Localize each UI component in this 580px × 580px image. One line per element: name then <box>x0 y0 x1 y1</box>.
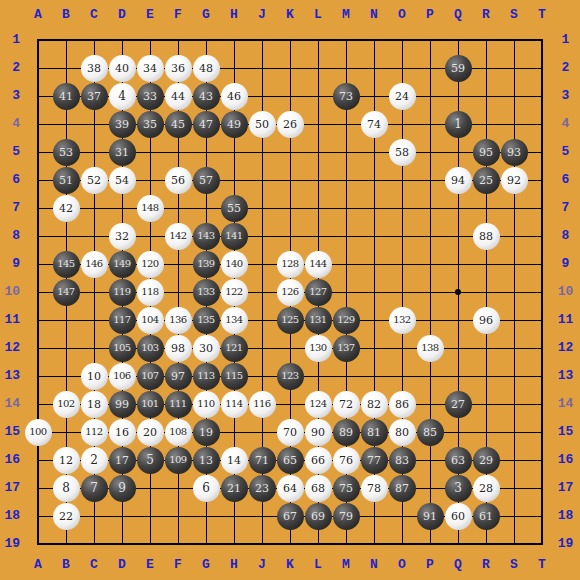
stone-H9[interactable]: 140 <box>221 251 248 278</box>
row-label-left-12: 12 <box>0 334 20 362</box>
stone-L15[interactable]: 90 <box>305 419 332 446</box>
row-label-left-16: 16 <box>0 446 20 474</box>
stone-H17[interactable]: 21 <box>221 475 248 502</box>
row-label-right-7: 7 <box>554 194 577 222</box>
stone-R5[interactable]: 95 <box>473 139 500 166</box>
stone-H4[interactable]: 49 <box>221 111 248 138</box>
stone-D3[interactable]: 4 <box>109 83 136 110</box>
row-label-left-9: 9 <box>0 250 20 278</box>
stone-G10[interactable]: 133 <box>193 279 220 306</box>
stone-K17[interactable]: 64 <box>277 475 304 502</box>
stone-E12[interactable]: 103 <box>137 335 164 362</box>
stone-D15[interactable]: 16 <box>109 419 136 446</box>
go-board-diagram: ABCDEFGHJKLMNOPQRST ABCDEFGHJKLMNOPQRST … <box>0 0 580 580</box>
stone-N15[interactable]: 81 <box>361 419 388 446</box>
row-labels-left: 12345678910111213141516171819 <box>0 26 20 558</box>
stone-E10[interactable]: 118 <box>137 279 164 306</box>
stone-G11[interactable]: 135 <box>193 307 220 334</box>
stone-J16[interactable]: 71 <box>249 447 276 474</box>
row-label-right-11: 11 <box>554 306 577 334</box>
col-label-bottom-R: R <box>472 555 500 575</box>
col-label-top-L: L <box>304 5 332 25</box>
row-label-right-18: 18 <box>554 502 577 530</box>
stone-M12[interactable]: 137 <box>333 335 360 362</box>
stone-B16[interactable]: 12 <box>53 447 80 474</box>
stone-F6[interactable]: 56 <box>165 167 192 194</box>
col-label-top-K: K <box>276 5 304 25</box>
stone-F12[interactable]: 98 <box>165 335 192 362</box>
star-point-Q10 <box>455 289 461 295</box>
stone-C9[interactable]: 146 <box>81 251 108 278</box>
col-label-bottom-Q: Q <box>444 555 472 575</box>
col-label-top-B: B <box>52 5 80 25</box>
stone-O15[interactable]: 80 <box>389 419 416 446</box>
row-label-right-9: 9 <box>554 250 577 278</box>
col-label-bottom-F: F <box>164 555 192 575</box>
col-label-bottom-P: P <box>416 555 444 575</box>
stone-C14[interactable]: 18 <box>81 391 108 418</box>
col-label-top-R: R <box>472 5 500 25</box>
stone-J4[interactable]: 50 <box>249 111 276 138</box>
col-label-top-Q: Q <box>444 5 472 25</box>
row-label-left-13: 13 <box>0 362 20 390</box>
stone-H10[interactable]: 122 <box>221 279 248 306</box>
stone-O16[interactable]: 83 <box>389 447 416 474</box>
row-label-right-1: 1 <box>554 26 577 54</box>
stone-L11[interactable]: 131 <box>305 307 332 334</box>
stone-G2[interactable]: 48 <box>193 55 220 82</box>
col-label-bottom-C: C <box>80 555 108 575</box>
stone-D4[interactable]: 39 <box>109 111 136 138</box>
stone-R18[interactable]: 61 <box>473 503 500 530</box>
col-label-top-G: G <box>192 5 220 25</box>
stone-F3[interactable]: 44 <box>165 83 192 110</box>
stone-R11[interactable]: 96 <box>473 307 500 334</box>
stone-B9[interactable]: 145 <box>53 251 80 278</box>
row-label-right-3: 3 <box>554 82 577 110</box>
stone-G6[interactable]: 57 <box>193 167 220 194</box>
stone-D14[interactable]: 99 <box>109 391 136 418</box>
stone-L10[interactable]: 127 <box>305 279 332 306</box>
row-label-right-2: 2 <box>554 54 577 82</box>
stone-O17[interactable]: 87 <box>389 475 416 502</box>
stone-N17[interactable]: 78 <box>361 475 388 502</box>
stone-E4[interactable]: 35 <box>137 111 164 138</box>
stone-H8[interactable]: 141 <box>221 223 248 250</box>
stone-H12[interactable]: 121 <box>221 335 248 362</box>
stone-E15[interactable]: 20 <box>137 419 164 446</box>
stone-C16[interactable]: 2 <box>81 447 108 474</box>
col-label-bottom-N: N <box>360 555 388 575</box>
stone-G13[interactable]: 113 <box>193 363 220 390</box>
stone-O14[interactable]: 86 <box>389 391 416 418</box>
stone-G14[interactable]: 110 <box>193 391 220 418</box>
stone-M14[interactable]: 72 <box>333 391 360 418</box>
stone-H7[interactable]: 55 <box>221 195 248 222</box>
stone-K16[interactable]: 65 <box>277 447 304 474</box>
col-label-bottom-E: E <box>136 555 164 575</box>
stone-D8[interactable]: 32 <box>109 223 136 250</box>
stone-P18[interactable]: 91 <box>417 503 444 530</box>
stone-G4[interactable]: 47 <box>193 111 220 138</box>
stone-B5[interactable]: 53 <box>53 139 80 166</box>
stone-R17[interactable]: 28 <box>473 475 500 502</box>
stone-G15[interactable]: 19 <box>193 419 220 446</box>
col-label-top-F: F <box>164 5 192 25</box>
stone-K11[interactable]: 125 <box>277 307 304 334</box>
stone-M3[interactable]: 73 <box>333 83 360 110</box>
row-label-right-12: 12 <box>554 334 577 362</box>
stone-F16[interactable]: 109 <box>165 447 192 474</box>
stone-L12[interactable]: 130 <box>305 335 332 362</box>
row-label-right-10: 10 <box>554 278 577 306</box>
stone-D13[interactable]: 106 <box>109 363 136 390</box>
row-labels-right: 12345678910111213141516171819 <box>554 26 577 558</box>
col-label-bottom-A: A <box>24 555 52 575</box>
stone-C2[interactable]: 38 <box>81 55 108 82</box>
stone-D17[interactable]: 9 <box>109 475 136 502</box>
row-label-left-11: 11 <box>0 306 20 334</box>
row-label-left-18: 18 <box>0 502 20 530</box>
stone-D2[interactable]: 40 <box>109 55 136 82</box>
stone-K4[interactable]: 26 <box>277 111 304 138</box>
stone-K9[interactable]: 128 <box>277 251 304 278</box>
col-label-top-J: J <box>248 5 276 25</box>
stone-D11[interactable]: 117 <box>109 307 136 334</box>
stone-B3[interactable]: 41 <box>53 83 80 110</box>
stone-H11[interactable]: 134 <box>221 307 248 334</box>
stone-C6[interactable]: 52 <box>81 167 108 194</box>
stone-F4[interactable]: 45 <box>165 111 192 138</box>
stone-D16[interactable]: 17 <box>109 447 136 474</box>
stone-P15[interactable]: 85 <box>417 419 444 446</box>
row-label-left-3: 3 <box>0 82 20 110</box>
stone-E11[interactable]: 104 <box>137 307 164 334</box>
row-label-left-8: 8 <box>0 222 20 250</box>
stone-F8[interactable]: 142 <box>165 223 192 250</box>
row-label-right-6: 6 <box>554 166 577 194</box>
stone-E13[interactable]: 107 <box>137 363 164 390</box>
stone-L14[interactable]: 124 <box>305 391 332 418</box>
stone-O5[interactable]: 58 <box>389 139 416 166</box>
row-label-left-2: 2 <box>0 54 20 82</box>
stone-H14[interactable]: 114 <box>221 391 248 418</box>
row-label-left-15: 15 <box>0 418 20 446</box>
column-labels-bottom: ABCDEFGHJKLMNOPQRST <box>24 555 556 575</box>
column-labels-top: ABCDEFGHJKLMNOPQRST <box>24 5 556 25</box>
stone-E14[interactable]: 101 <box>137 391 164 418</box>
stone-S5[interactable]: 93 <box>501 139 528 166</box>
stone-D10[interactable]: 119 <box>109 279 136 306</box>
stone-F13[interactable]: 97 <box>165 363 192 390</box>
stone-L16[interactable]: 66 <box>305 447 332 474</box>
col-label-top-A: A <box>24 5 52 25</box>
stone-Q17[interactable]: 3 <box>445 475 472 502</box>
stone-L17[interactable]: 68 <box>305 475 332 502</box>
row-label-right-4: 4 <box>554 110 577 138</box>
row-label-right-8: 8 <box>554 222 577 250</box>
row-label-left-6: 6 <box>0 166 20 194</box>
stone-C3[interactable]: 37 <box>81 83 108 110</box>
col-label-top-T: T <box>528 5 556 25</box>
stone-H16[interactable]: 14 <box>221 447 248 474</box>
stone-K13[interactable]: 123 <box>277 363 304 390</box>
col-label-bottom-M: M <box>332 555 360 575</box>
col-label-top-E: E <box>136 5 164 25</box>
stone-C13[interactable]: 10 <box>81 363 108 390</box>
stone-N4[interactable]: 74 <box>361 111 388 138</box>
col-label-bottom-H: H <box>220 555 248 575</box>
row-label-right-5: 5 <box>554 138 577 166</box>
col-label-bottom-J: J <box>248 555 276 575</box>
stone-Q6[interactable]: 94 <box>445 167 472 194</box>
col-label-bottom-L: L <box>304 555 332 575</box>
stone-E2[interactable]: 34 <box>137 55 164 82</box>
stone-J14[interactable]: 116 <box>249 391 276 418</box>
col-label-bottom-B: B <box>52 555 80 575</box>
row-label-left-1: 1 <box>0 26 20 54</box>
stone-E9[interactable]: 120 <box>137 251 164 278</box>
stone-G8[interactable]: 143 <box>193 223 220 250</box>
stone-G16[interactable]: 13 <box>193 447 220 474</box>
row-label-right-19: 19 <box>554 530 577 558</box>
row-label-left-4: 4 <box>0 110 20 138</box>
col-label-top-N: N <box>360 5 388 25</box>
stone-M17[interactable]: 75 <box>333 475 360 502</box>
col-label-bottom-T: T <box>528 555 556 575</box>
stone-Q16[interactable]: 63 <box>445 447 472 474</box>
stone-A15[interactable]: 100 <box>25 419 52 446</box>
stone-M18[interactable]: 79 <box>333 503 360 530</box>
stone-N16[interactable]: 77 <box>361 447 388 474</box>
stone-K15[interactable]: 70 <box>277 419 304 446</box>
stone-E3[interactable]: 33 <box>137 83 164 110</box>
stone-G9[interactable]: 139 <box>193 251 220 278</box>
stone-Q2[interactable]: 59 <box>445 55 472 82</box>
stone-O3[interactable]: 24 <box>389 83 416 110</box>
stone-F14[interactable]: 111 <box>165 391 192 418</box>
col-label-top-H: H <box>220 5 248 25</box>
stone-B6[interactable]: 51 <box>53 167 80 194</box>
stone-B10[interactable]: 147 <box>53 279 80 306</box>
row-label-left-7: 7 <box>0 194 20 222</box>
stone-F15[interactable]: 108 <box>165 419 192 446</box>
row-label-left-17: 17 <box>0 474 20 502</box>
stone-M16[interactable]: 76 <box>333 447 360 474</box>
stone-K18[interactable]: 67 <box>277 503 304 530</box>
col-label-top-O: O <box>388 5 416 25</box>
row-label-right-13: 13 <box>554 362 577 390</box>
stone-G12[interactable]: 30 <box>193 335 220 362</box>
col-label-bottom-O: O <box>388 555 416 575</box>
stone-E16[interactable]: 5 <box>137 447 164 474</box>
col-label-bottom-S: S <box>500 555 528 575</box>
stone-D6[interactable]: 54 <box>109 167 136 194</box>
stone-L9[interactable]: 144 <box>305 251 332 278</box>
col-label-top-S: S <box>500 5 528 25</box>
stone-P12[interactable]: 138 <box>417 335 444 362</box>
stone-B7[interactable]: 42 <box>53 195 80 222</box>
stone-G17[interactable]: 6 <box>193 475 220 502</box>
stone-S6[interactable]: 92 <box>501 167 528 194</box>
col-label-top-M: M <box>332 5 360 25</box>
row-label-right-15: 15 <box>554 418 577 446</box>
stone-H13[interactable]: 115 <box>221 363 248 390</box>
row-label-left-19: 19 <box>0 530 20 558</box>
stone-M15[interactable]: 89 <box>333 419 360 446</box>
stone-B14[interactable]: 102 <box>53 391 80 418</box>
stone-Q18[interactable]: 60 <box>445 503 472 530</box>
col-label-top-C: C <box>80 5 108 25</box>
stone-D9[interactable]: 149 <box>109 251 136 278</box>
stone-C15[interactable]: 112 <box>81 419 108 446</box>
stone-L18[interactable]: 69 <box>305 503 332 530</box>
col-label-top-P: P <box>416 5 444 25</box>
row-label-left-14: 14 <box>0 390 20 418</box>
col-label-bottom-K: K <box>276 555 304 575</box>
stone-J17[interactable]: 23 <box>249 475 276 502</box>
stone-R16[interactable]: 29 <box>473 447 500 474</box>
row-label-left-5: 5 <box>0 138 20 166</box>
col-label-top-D: D <box>108 5 136 25</box>
row-label-left-10: 10 <box>0 278 20 306</box>
stone-F2[interactable]: 36 <box>165 55 192 82</box>
stone-O11[interactable]: 132 <box>389 307 416 334</box>
col-label-bottom-D: D <box>108 555 136 575</box>
stone-F11[interactable]: 136 <box>165 307 192 334</box>
stone-Q4[interactable]: 1 <box>445 111 472 138</box>
stone-C17[interactable]: 7 <box>81 475 108 502</box>
stone-N14[interactable]: 82 <box>361 391 388 418</box>
stone-K10[interactable]: 126 <box>277 279 304 306</box>
board-intersections[interactable]: 1234567891012131416171819202122232425262… <box>24 26 556 558</box>
row-label-right-17: 17 <box>554 474 577 502</box>
stone-R6[interactable]: 25 <box>473 167 500 194</box>
stone-R8[interactable]: 88 <box>473 223 500 250</box>
stone-E7[interactable]: 148 <box>137 195 164 222</box>
col-label-bottom-G: G <box>192 555 220 575</box>
stone-D5[interactable]: 31 <box>109 139 136 166</box>
stone-Q14[interactable]: 27 <box>445 391 472 418</box>
stone-H3[interactable]: 46 <box>221 83 248 110</box>
stone-M11[interactable]: 129 <box>333 307 360 334</box>
row-label-right-16: 16 <box>554 446 577 474</box>
stone-D12[interactable]: 105 <box>109 335 136 362</box>
stone-B17[interactable]: 8 <box>53 475 80 502</box>
stone-G3[interactable]: 43 <box>193 83 220 110</box>
stone-B18[interactable]: 22 <box>53 503 80 530</box>
row-label-right-14: 14 <box>554 390 577 418</box>
